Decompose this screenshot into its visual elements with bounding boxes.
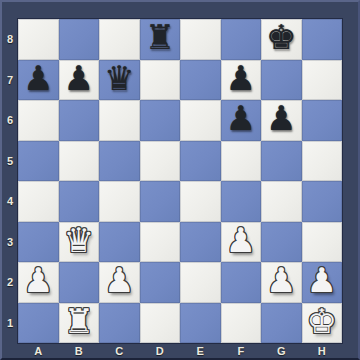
piece-black-queen[interactable]: ♛ bbox=[104, 61, 134, 95]
square-e8[interactable] bbox=[180, 19, 221, 60]
square-g7[interactable] bbox=[261, 60, 302, 101]
square-d2[interactable] bbox=[140, 262, 181, 303]
piece-black-pawn[interactable]: ♟ bbox=[64, 61, 94, 95]
square-f1[interactable] bbox=[221, 303, 262, 344]
rank-label-2: 2 bbox=[2, 262, 18, 303]
square-a3[interactable] bbox=[18, 222, 59, 263]
square-e4[interactable] bbox=[180, 181, 221, 222]
square-h6[interactable] bbox=[302, 100, 343, 141]
square-h7[interactable] bbox=[302, 60, 343, 101]
piece-black-pawn[interactable]: ♟ bbox=[266, 101, 296, 135]
piece-white-pawn[interactable]: ♟ bbox=[226, 223, 256, 257]
square-h4[interactable] bbox=[302, 181, 343, 222]
file-label-H: H bbox=[302, 343, 343, 359]
board: ♜♚♟♟♛♟♟♟♛♟♟♟♟♟♜♚ bbox=[18, 19, 342, 343]
square-b6[interactable] bbox=[59, 100, 100, 141]
square-g2[interactable]: ♟ bbox=[261, 262, 302, 303]
square-e6[interactable] bbox=[180, 100, 221, 141]
square-g3[interactable] bbox=[261, 222, 302, 263]
square-g6[interactable]: ♟ bbox=[261, 100, 302, 141]
file-label-C: C bbox=[99, 343, 140, 359]
square-a1[interactable] bbox=[18, 303, 59, 344]
rank-label-4: 4 bbox=[2, 181, 18, 222]
square-a8[interactable] bbox=[18, 19, 59, 60]
square-h2[interactable]: ♟ bbox=[302, 262, 343, 303]
square-a4[interactable] bbox=[18, 181, 59, 222]
piece-white-rook[interactable]: ♜ bbox=[64, 304, 94, 338]
square-h1[interactable]: ♚ bbox=[302, 303, 343, 344]
piece-white-pawn[interactable]: ♟ bbox=[104, 263, 134, 297]
file-labels: ABCDEFGH bbox=[18, 343, 342, 359]
file-label-F: F bbox=[221, 343, 262, 359]
rank-label-8: 8 bbox=[2, 19, 18, 60]
square-g1[interactable] bbox=[261, 303, 302, 344]
piece-black-pawn[interactable]: ♟ bbox=[23, 61, 53, 95]
square-d6[interactable] bbox=[140, 100, 181, 141]
file-label-D: D bbox=[140, 343, 181, 359]
rank-label-1: 1 bbox=[2, 303, 18, 344]
square-c5[interactable] bbox=[99, 141, 140, 182]
rank-label-3: 3 bbox=[2, 222, 18, 263]
square-f5[interactable] bbox=[221, 141, 262, 182]
square-g5[interactable] bbox=[261, 141, 302, 182]
square-b7[interactable]: ♟ bbox=[59, 60, 100, 101]
square-f8[interactable] bbox=[221, 19, 262, 60]
rank-label-7: 7 bbox=[2, 60, 18, 101]
square-b3[interactable]: ♛ bbox=[59, 222, 100, 263]
square-g8[interactable]: ♚ bbox=[261, 19, 302, 60]
square-h5[interactable] bbox=[302, 141, 343, 182]
piece-white-pawn[interactable]: ♟ bbox=[23, 263, 53, 297]
square-c8[interactable] bbox=[99, 19, 140, 60]
square-f3[interactable]: ♟ bbox=[221, 222, 262, 263]
square-h3[interactable] bbox=[302, 222, 343, 263]
square-g4[interactable] bbox=[261, 181, 302, 222]
square-a6[interactable] bbox=[18, 100, 59, 141]
rank-label-6: 6 bbox=[2, 100, 18, 141]
piece-white-pawn[interactable]: ♟ bbox=[307, 263, 337, 297]
square-b2[interactable] bbox=[59, 262, 100, 303]
square-e5[interactable] bbox=[180, 141, 221, 182]
piece-black-pawn[interactable]: ♟ bbox=[226, 101, 256, 135]
square-c1[interactable] bbox=[99, 303, 140, 344]
square-e3[interactable] bbox=[180, 222, 221, 263]
square-e1[interactable] bbox=[180, 303, 221, 344]
square-a5[interactable] bbox=[18, 141, 59, 182]
square-f7[interactable]: ♟ bbox=[221, 60, 262, 101]
square-c4[interactable] bbox=[99, 181, 140, 222]
square-c2[interactable]: ♟ bbox=[99, 262, 140, 303]
square-d1[interactable] bbox=[140, 303, 181, 344]
square-b8[interactable] bbox=[59, 19, 100, 60]
file-label-G: G bbox=[261, 343, 302, 359]
square-d5[interactable] bbox=[140, 141, 181, 182]
square-b1[interactable]: ♜ bbox=[59, 303, 100, 344]
square-h8[interactable] bbox=[302, 19, 343, 60]
rank-label-5: 5 bbox=[2, 141, 18, 182]
square-c3[interactable] bbox=[99, 222, 140, 263]
square-e2[interactable] bbox=[180, 262, 221, 303]
rank-labels: 87654321 bbox=[2, 19, 18, 343]
square-c7[interactable]: ♛ bbox=[99, 60, 140, 101]
file-label-E: E bbox=[180, 343, 221, 359]
square-b4[interactable] bbox=[59, 181, 100, 222]
piece-black-king[interactable]: ♚ bbox=[266, 20, 296, 54]
piece-white-pawn[interactable]: ♟ bbox=[266, 263, 296, 297]
square-a7[interactable]: ♟ bbox=[18, 60, 59, 101]
square-e7[interactable] bbox=[180, 60, 221, 101]
square-c6[interactable] bbox=[99, 100, 140, 141]
chess-board-frame: 87654321 ♜♚♟♟♛♟♟♟♛♟♟♟♟♟♜♚ ABCDEFGH bbox=[0, 0, 360, 360]
piece-white-king[interactable]: ♚ bbox=[307, 304, 337, 338]
square-d7[interactable] bbox=[140, 60, 181, 101]
square-d3[interactable] bbox=[140, 222, 181, 263]
piece-white-queen[interactable]: ♛ bbox=[64, 223, 94, 257]
square-d4[interactable] bbox=[140, 181, 181, 222]
square-f2[interactable] bbox=[221, 262, 262, 303]
square-b5[interactable] bbox=[59, 141, 100, 182]
square-f4[interactable] bbox=[221, 181, 262, 222]
square-f6[interactable]: ♟ bbox=[221, 100, 262, 141]
piece-black-rook[interactable]: ♜ bbox=[145, 20, 175, 54]
piece-black-pawn[interactable]: ♟ bbox=[226, 61, 256, 95]
file-label-B: B bbox=[59, 343, 100, 359]
file-label-A: A bbox=[18, 343, 59, 359]
square-d8[interactable]: ♜ bbox=[140, 19, 181, 60]
square-a2[interactable]: ♟ bbox=[18, 262, 59, 303]
